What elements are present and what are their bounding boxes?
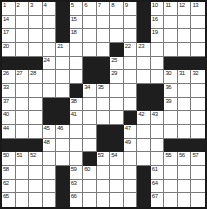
clue-number-10: 10 [152,2,158,8]
cell-r15c10[interactable] [124,193,138,207]
black-cell-r11c2 [16,139,30,153]
black-cell-r15c11 [137,193,151,207]
cell-r15c8[interactable] [97,193,111,207]
cell-r1c14[interactable]: 12 [178,2,192,16]
clue-number-2: 2 [17,2,20,8]
cell-r9c6[interactable]: 41 [70,111,84,125]
cell-r12c9[interactable]: 54 [110,152,124,166]
clue-number-35: 35 [98,84,104,90]
cell-r10c15[interactable] [191,125,205,139]
cell-r10c2[interactable] [16,125,30,139]
clue-number-14: 14 [3,16,9,22]
clue-number-3: 3 [30,2,33,8]
cell-r2c8[interactable] [97,16,111,30]
cell-r11c10[interactable]: 49 [124,139,138,153]
cell-r9c12[interactable]: 43 [151,111,165,125]
cell-r15c14[interactable] [178,193,192,207]
cell-r4c11[interactable]: 23 [137,43,151,57]
black-cell-r11c13 [164,139,178,153]
cell-r6c15[interactable]: 32 [191,70,205,84]
clue-number-6: 6 [84,2,87,8]
clue-number-41: 41 [71,111,77,117]
cell-r4c6[interactable] [70,43,84,57]
cell-r10c14[interactable] [178,125,192,139]
cell-r8c14[interactable] [178,98,192,112]
clue-number-15: 15 [71,16,77,22]
cell-r7c9[interactable] [110,84,124,98]
black-cell-r2c5 [56,16,70,30]
clue-number-44: 44 [3,125,9,131]
cell-r12c2[interactable]: 51 [16,152,30,166]
clue-number-48: 48 [44,139,50,145]
black-cell-r7c6 [70,84,84,98]
cell-r6c14[interactable]: 31 [178,70,192,84]
black-cell-r5c2 [16,57,30,71]
black-cell-r7c12 [151,84,165,98]
cell-r14c4[interactable] [43,180,57,194]
cell-r9c15[interactable] [191,111,205,125]
clue-number-11: 11 [165,2,170,8]
cell-r15c4[interactable] [43,193,57,207]
black-cell-r1c11 [137,2,151,16]
cell-r2c6[interactable]: 15 [70,16,84,30]
black-cell-r3c5 [56,29,70,43]
cell-r4c13[interactable] [164,43,178,57]
black-cell-r5c1 [2,57,16,71]
black-cell-r1c5 [56,2,70,16]
cell-r13c1[interactable]: 58 [2,166,16,180]
cell-r12c15[interactable]: 57 [191,152,205,166]
cell-r1c2[interactable]: 2 [16,2,30,16]
black-cell-r8c5 [56,98,70,112]
cell-r3c4[interactable] [43,29,57,43]
cell-r13c7[interactable]: 60 [83,166,97,180]
cell-r15c13[interactable] [164,193,178,207]
cell-r14c15[interactable] [191,180,205,194]
cell-r15c6[interactable]: 66 [70,193,84,207]
clue-number-18: 18 [71,29,77,35]
cell-r2c13[interactable] [164,16,178,30]
cell-r14c3[interactable] [29,180,43,194]
cell-r13c6[interactable]: 59 [70,166,84,180]
clue-number-36: 36 [165,84,171,90]
clue-number-49: 49 [125,139,131,145]
cell-r8c9[interactable] [110,98,124,112]
cell-r5c4[interactable]: 24 [43,57,57,71]
clue-number-47: 47 [125,125,131,131]
cell-r14c2[interactable] [16,180,30,194]
black-cell-r5c7 [83,57,97,71]
cell-r12c1[interactable]: 50 [2,152,16,166]
cell-r12c12[interactable] [151,152,165,166]
cell-r3c9[interactable] [110,29,124,43]
black-cell-r5c8 [97,57,111,71]
black-cell-r9c10 [124,111,138,125]
cell-r3c14[interactable] [178,29,192,43]
cell-r4c1[interactable]: 20 [2,43,16,57]
cell-r2c3[interactable] [29,16,43,30]
cell-r11c11[interactable] [137,139,151,153]
black-cell-r8c11 [137,98,151,112]
cell-r14c7[interactable] [83,180,97,194]
cell-r6c11[interactable] [137,70,151,84]
cell-r3c15[interactable] [191,29,205,43]
clue-number-59: 59 [71,166,77,172]
cell-r13c8[interactable] [97,166,111,180]
cell-r7c10[interactable] [124,84,138,98]
black-cell-r14c5 [56,180,70,194]
clue-number-31: 31 [179,70,185,76]
clue-number-42: 42 [138,111,144,117]
cell-r13c4[interactable] [43,166,57,180]
cell-r4c10[interactable]: 22 [124,43,138,57]
cell-r10c4[interactable]: 45 [43,125,57,139]
cell-r13c9[interactable] [110,166,124,180]
cell-r7c14[interactable] [178,84,192,98]
cell-r15c15[interactable] [191,193,205,207]
cell-r15c3[interactable] [29,193,43,207]
cell-r7c1[interactable]: 33 [2,84,16,98]
cell-r4c14[interactable] [178,43,192,57]
cell-r2c10[interactable] [124,16,138,30]
clue-number-58: 58 [3,166,9,172]
cell-r4c5[interactable]: 21 [56,43,70,57]
cell-r7c13[interactable]: 36 [164,84,178,98]
cell-r9c8[interactable] [97,111,111,125]
black-cell-r11c3 [29,139,43,153]
clue-number-5: 5 [71,2,74,8]
cell-r11c4[interactable]: 48 [43,139,57,153]
clue-number-16: 16 [152,16,158,22]
cell-r2c12[interactable]: 16 [151,16,165,30]
black-cell-r6c7 [83,70,97,84]
cell-r1c3[interactable]: 3 [29,2,43,16]
cell-r5c10[interactable] [124,57,138,71]
cell-r1c8[interactable]: 7 [97,2,111,16]
crossword-grid: 1234567891011121314151617181920212223242… [0,0,207,209]
black-cell-r10c8 [97,125,111,139]
cell-r1c1[interactable]: 1 [2,2,16,16]
cell-r8c3[interactable] [29,98,43,112]
cell-r3c12[interactable]: 19 [151,29,165,43]
cell-r4c4[interactable] [43,43,57,57]
clue-number-26: 26 [3,70,9,76]
cell-r6c5[interactable] [56,70,70,84]
black-cell-r4c9 [110,43,124,57]
cell-r2c14[interactable] [178,16,192,30]
clue-number-19: 19 [152,29,158,35]
cell-r9c13[interactable] [164,111,178,125]
cell-r11c12[interactable] [151,139,165,153]
black-cell-r12c7 [83,152,97,166]
cell-r15c7[interactable] [83,193,97,207]
clue-number-1: 1 [3,2,6,8]
cell-r10c3[interactable] [29,125,43,139]
cell-r6c6[interactable] [70,70,84,84]
cell-r8c15[interactable] [191,98,205,112]
cell-r3c3[interactable] [29,29,43,43]
clue-number-55: 55 [165,152,171,158]
cell-r13c15[interactable] [191,166,205,180]
cell-r10c1[interactable]: 44 [2,125,16,139]
black-cell-r9c4 [43,111,57,125]
cell-r13c2[interactable] [16,166,30,180]
cell-r7c5[interactable] [56,84,70,98]
clue-number-62: 62 [3,180,9,186]
clue-number-8: 8 [111,2,114,8]
black-cell-r13c11 [137,166,151,180]
clue-number-37: 37 [3,98,9,104]
cell-r2c15[interactable] [191,16,205,30]
cell-r6c1[interactable]: 26 [2,70,16,84]
cell-r1c10[interactable]: 9 [124,2,138,16]
clue-number-23: 23 [138,43,144,49]
cell-r9c2[interactable] [16,111,30,125]
cell-r11c5[interactable] [56,139,70,153]
clue-number-56: 56 [179,152,185,158]
cell-r3c1[interactable]: 17 [2,29,16,43]
clue-number-25: 25 [111,57,117,63]
black-cell-r5c15 [191,57,205,71]
black-cell-r8c12 [151,98,165,112]
black-cell-r3c11 [137,29,151,43]
clue-number-45: 45 [44,125,50,131]
cell-r13c10[interactable] [124,166,138,180]
clue-number-24: 24 [44,57,50,63]
cell-r14c12[interactable]: 64 [151,180,165,194]
cell-r11c6[interactable] [70,139,84,153]
cell-r8c6[interactable]: 38 [70,98,84,112]
cell-r12c5[interactable] [56,152,70,166]
cell-r11c7[interactable] [83,139,97,153]
clue-number-21: 21 [57,43,63,49]
cell-r5c5[interactable] [56,57,70,71]
cell-r12c6[interactable] [70,152,84,166]
cell-r4c3[interactable] [29,43,43,57]
cell-r6c2[interactable]: 27 [16,70,30,84]
cell-r5c12[interactable] [151,57,165,71]
clue-number-60: 60 [84,166,90,172]
clue-number-63: 63 [71,180,77,186]
black-cell-r6c8 [97,70,111,84]
cell-r9c14[interactable] [178,111,192,125]
cell-r14c8[interactable] [97,180,111,194]
black-cell-r11c1 [2,139,16,153]
clue-number-34: 34 [84,84,90,90]
black-cell-r2c11 [137,16,151,30]
clue-number-17: 17 [3,29,9,35]
cell-r4c2[interactable] [16,43,30,57]
cell-r3c8[interactable] [97,29,111,43]
cell-r9c9[interactable] [110,111,124,125]
clue-number-29: 29 [111,70,117,76]
clue-number-27: 27 [17,70,23,76]
cell-r13c13[interactable] [164,166,178,180]
cell-r6c3[interactable]: 28 [29,70,43,84]
clue-number-9: 9 [125,2,128,8]
cell-r2c1[interactable]: 14 [2,16,16,30]
black-cell-r7c11 [137,84,151,98]
cell-r3c10[interactable] [124,29,138,43]
cell-r15c12[interactable]: 67 [151,193,165,207]
cell-r3c2[interactable] [16,29,30,43]
clue-number-40: 40 [3,111,9,117]
cell-r1c6[interactable]: 5 [70,2,84,16]
cell-r2c2[interactable] [16,16,30,30]
cell-r3c13[interactable] [164,29,178,43]
cell-r12c3[interactable]: 52 [29,152,43,166]
cell-r15c9[interactable] [110,193,124,207]
cell-r14c9[interactable] [110,180,124,194]
cell-r8c2[interactable] [16,98,30,112]
cell-r12c8[interactable]: 53 [97,152,111,166]
cell-r4c12[interactable] [151,43,165,57]
cell-r1c7[interactable]: 6 [83,2,97,16]
cell-r6c10[interactable] [124,70,138,84]
cell-r8c1[interactable]: 37 [2,98,16,112]
cell-r4c15[interactable] [191,43,205,57]
cell-r1c15[interactable]: 13 [191,2,205,16]
clue-number-12: 12 [179,2,185,8]
cell-r10c5[interactable]: 46 [56,125,70,139]
cell-r1c13[interactable]: 11 [164,2,178,16]
cell-r3c7[interactable] [83,29,97,43]
clue-number-65: 65 [3,193,9,199]
clue-number-61: 61 [152,166,158,172]
cell-r13c14[interactable] [178,166,192,180]
black-cell-r11c15 [191,139,205,153]
crossword-diagram: 1234567891011121314151617181920212223242… [0,0,207,209]
black-cell-r15c5 [56,193,70,207]
cell-r7c4[interactable] [43,84,57,98]
black-cell-r5c3 [29,57,43,71]
clue-number-51: 51 [17,152,23,158]
cell-r12c13[interactable]: 55 [164,152,178,166]
clue-number-32: 32 [192,70,198,76]
cell-r12c10[interactable] [124,152,138,166]
cell-r4c8[interactable] [97,43,111,57]
cell-r13c12[interactable]: 61 [151,166,165,180]
clue-number-43: 43 [152,111,158,117]
clue-number-67: 67 [152,193,158,199]
cell-r10c10[interactable]: 47 [124,125,138,139]
cell-r9c3[interactable] [29,111,43,125]
black-cell-r14c11 [137,180,151,194]
cell-r10c12[interactable] [151,125,165,139]
clue-number-66: 66 [71,193,77,199]
clue-number-30: 30 [165,70,171,76]
cell-r10c7[interactable] [83,125,97,139]
cell-r4c7[interactable] [83,43,97,57]
cell-r6c9[interactable]: 29 [110,70,124,84]
cell-r2c7[interactable] [83,16,97,30]
cell-r8c7[interactable] [83,98,97,112]
cell-r14c10[interactable] [124,180,138,194]
cell-r5c6[interactable] [70,57,84,71]
clue-number-20: 20 [3,43,9,49]
cell-r8c10[interactable] [124,98,138,112]
black-cell-r10c9 [110,125,124,139]
cell-r9c1[interactable]: 40 [2,111,16,125]
cell-r7c3[interactable] [29,84,43,98]
cell-r12c14[interactable]: 56 [178,152,192,166]
cell-r5c9[interactable]: 25 [110,57,124,71]
clue-number-38: 38 [71,98,77,104]
cell-r6c13[interactable]: 30 [164,70,178,84]
black-cell-r11c8 [97,139,111,153]
cell-r7c8[interactable]: 35 [97,84,111,98]
cell-r2c9[interactable] [110,16,124,30]
black-cell-r11c9 [110,139,124,153]
cell-r9c11[interactable]: 42 [137,111,151,125]
cell-r1c9[interactable]: 8 [110,2,124,16]
cell-r12c11[interactable] [137,152,151,166]
cell-r10c6[interactable] [70,125,84,139]
cell-r5c11[interactable] [137,57,151,71]
clue-number-57: 57 [192,152,198,158]
black-cell-r5c14 [178,57,192,71]
black-cell-r13c5 [56,166,70,180]
cell-r15c2[interactable] [16,193,30,207]
cell-r15c1[interactable]: 65 [2,193,16,207]
cell-r7c7[interactable]: 34 [83,84,97,98]
black-cell-r9c5 [56,111,70,125]
cell-r8c13[interactable]: 39 [164,98,178,112]
clue-number-50: 50 [3,152,9,158]
cell-r10c11[interactable] [137,125,151,139]
black-cell-r5c13 [164,57,178,71]
clue-number-4: 4 [44,2,47,8]
cell-r8c8[interactable] [97,98,111,112]
cell-r12c4[interactable] [43,152,57,166]
clue-number-52: 52 [30,152,36,158]
cell-r6c4[interactable] [43,70,57,84]
cell-r9c7[interactable] [83,111,97,125]
clue-number-22: 22 [125,43,131,49]
cell-r14c6[interactable]: 63 [70,180,84,194]
black-cell-r8c4 [43,98,57,112]
black-cell-r11c14 [178,139,192,153]
cell-r6c12[interactable] [151,70,165,84]
clue-number-13: 13 [192,2,198,8]
cell-r14c13[interactable] [164,180,178,194]
clue-number-39: 39 [165,98,171,104]
cell-r1c4[interactable]: 4 [43,2,57,16]
clue-number-53: 53 [98,152,104,158]
clue-number-28: 28 [30,70,36,76]
cell-r14c1[interactable]: 62 [2,180,16,194]
clue-number-33: 33 [3,84,9,90]
clue-number-54: 54 [111,152,117,158]
cell-r7c15[interactable] [191,84,205,98]
cell-r7c2[interactable] [16,84,30,98]
cell-r1c12[interactable]: 10 [151,2,165,16]
clue-number-46: 46 [57,125,63,131]
cell-r10c13[interactable] [164,125,178,139]
clue-number-64: 64 [152,180,158,186]
cell-r2c4[interactable] [43,16,57,30]
cell-r13c3[interactable] [29,166,43,180]
cell-r14c14[interactable] [178,180,192,194]
clue-number-7: 7 [98,2,101,8]
cell-r3c6[interactable]: 18 [70,29,84,43]
